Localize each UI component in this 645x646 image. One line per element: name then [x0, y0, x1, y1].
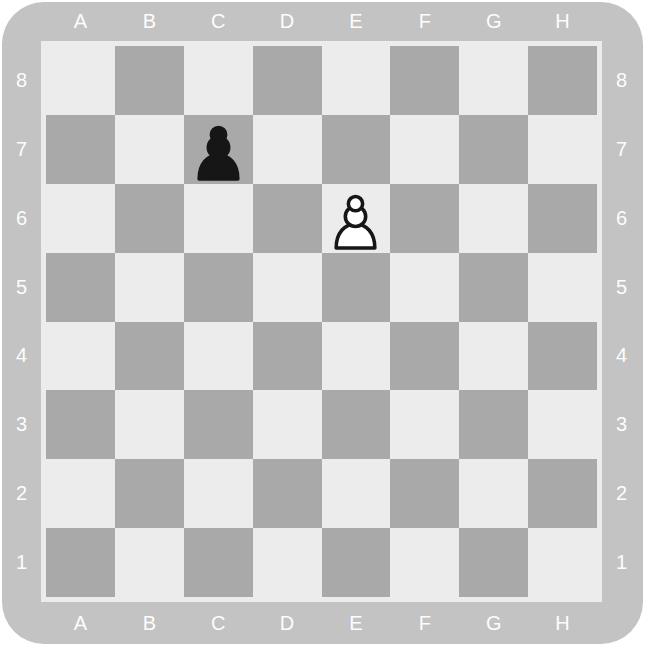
square-e6[interactable] — [322, 184, 391, 253]
square-d1[interactable] — [253, 528, 322, 597]
square-c2[interactable] — [184, 459, 253, 528]
square-g8[interactable] — [459, 46, 528, 115]
coordinate-label: 3 — [2, 390, 41, 459]
board-grid — [46, 46, 597, 597]
rank-labels-left: 87654321 — [2, 46, 41, 597]
rank-labels-right: 87654321 — [602, 46, 641, 597]
square-e2[interactable] — [322, 459, 391, 528]
square-g7[interactable] — [459, 115, 528, 184]
coordinate-label: 7 — [602, 115, 641, 184]
square-f7[interactable] — [390, 115, 459, 184]
square-h2[interactable] — [528, 459, 597, 528]
coordinate-label: 7 — [2, 115, 41, 184]
coordinate-label: 3 — [602, 390, 641, 459]
coordinate-label: 6 — [602, 184, 641, 253]
coordinate-label: D — [253, 2, 322, 41]
square-h1[interactable] — [528, 528, 597, 597]
square-c6[interactable] — [184, 184, 253, 253]
square-a4[interactable] — [46, 322, 115, 391]
square-a6[interactable] — [46, 184, 115, 253]
coordinate-label: D — [253, 602, 322, 644]
coordinate-label: G — [459, 2, 528, 41]
square-g6[interactable] — [459, 184, 528, 253]
square-c3[interactable] — [184, 390, 253, 459]
square-b4[interactable] — [115, 322, 184, 391]
file-labels-top: ABCDEFGH — [46, 2, 597, 41]
coordinate-label: 5 — [602, 253, 641, 322]
coordinate-label: A — [46, 2, 115, 41]
coordinate-label: E — [322, 2, 391, 41]
square-c1[interactable] — [184, 528, 253, 597]
square-a5[interactable] — [46, 253, 115, 322]
square-g3[interactable] — [459, 390, 528, 459]
coordinate-label: F — [390, 2, 459, 41]
square-c4[interactable] — [184, 322, 253, 391]
square-d5[interactable] — [253, 253, 322, 322]
coordinate-label: H — [528, 2, 597, 41]
square-f1[interactable] — [390, 528, 459, 597]
coordinate-label: B — [115, 602, 184, 644]
square-d7[interactable] — [253, 115, 322, 184]
square-a7[interactable] — [46, 115, 115, 184]
square-e5[interactable] — [322, 253, 391, 322]
square-b7[interactable] — [115, 115, 184, 184]
coordinate-label: G — [459, 602, 528, 644]
square-a8[interactable] — [46, 46, 115, 115]
square-f5[interactable] — [390, 253, 459, 322]
square-g2[interactable] — [459, 459, 528, 528]
square-f2[interactable] — [390, 459, 459, 528]
coordinate-label: E — [322, 602, 391, 644]
square-b1[interactable] — [115, 528, 184, 597]
chessboard-frame: ABCDEFGH ABCDEFGH 87654321 87654321 — [2, 2, 643, 644]
square-a3[interactable] — [46, 390, 115, 459]
coordinate-label: 5 — [2, 253, 41, 322]
coordinate-label: B — [115, 2, 184, 41]
square-h4[interactable] — [528, 322, 597, 391]
square-h3[interactable] — [528, 390, 597, 459]
square-c5[interactable] — [184, 253, 253, 322]
square-b2[interactable] — [115, 459, 184, 528]
square-d8[interactable] — [253, 46, 322, 115]
square-c8[interactable] — [184, 46, 253, 115]
square-g4[interactable] — [459, 322, 528, 391]
square-a2[interactable] — [46, 459, 115, 528]
coordinate-label: 2 — [2, 459, 41, 528]
coordinate-label: H — [528, 602, 597, 644]
coordinate-label: 4 — [2, 322, 41, 391]
square-e3[interactable] — [322, 390, 391, 459]
square-h8[interactable] — [528, 46, 597, 115]
square-d3[interactable] — [253, 390, 322, 459]
square-d6[interactable] — [253, 184, 322, 253]
coordinate-label: 6 — [2, 184, 41, 253]
square-a1[interactable] — [46, 528, 115, 597]
square-b5[interactable] — [115, 253, 184, 322]
square-h6[interactable] — [528, 184, 597, 253]
coordinate-label: A — [46, 602, 115, 644]
square-h5[interactable] — [528, 253, 597, 322]
coordinate-label: F — [390, 602, 459, 644]
square-e4[interactable] — [322, 322, 391, 391]
square-g1[interactable] — [459, 528, 528, 597]
file-labels-bottom: ABCDEFGH — [46, 602, 597, 644]
white-pawn[interactable] — [322, 194, 391, 250]
square-d2[interactable] — [253, 459, 322, 528]
coordinate-label: C — [184, 2, 253, 41]
square-e8[interactable] — [322, 46, 391, 115]
square-b8[interactable] — [115, 46, 184, 115]
square-e7[interactable] — [322, 115, 391, 184]
black-pawn[interactable] — [184, 125, 253, 181]
coordinate-label: 4 — [602, 322, 641, 391]
square-b6[interactable] — [115, 184, 184, 253]
coordinate-label: 1 — [602, 528, 641, 597]
square-f3[interactable] — [390, 390, 459, 459]
coordinate-label: 8 — [602, 46, 641, 115]
coordinate-label: 8 — [2, 46, 41, 115]
coordinate-label: 2 — [602, 459, 641, 528]
square-d4[interactable] — [253, 322, 322, 391]
square-b3[interactable] — [115, 390, 184, 459]
square-f6[interactable] — [390, 184, 459, 253]
board-outline — [41, 41, 602, 602]
square-f4[interactable] — [390, 322, 459, 391]
square-e1[interactable] — [322, 528, 391, 597]
square-f8[interactable] — [390, 46, 459, 115]
coordinate-label: C — [184, 602, 253, 644]
square-c7[interactable] — [184, 115, 253, 184]
coordinate-label: 1 — [2, 528, 41, 597]
square-g5[interactable] — [459, 253, 528, 322]
square-h7[interactable] — [528, 115, 597, 184]
